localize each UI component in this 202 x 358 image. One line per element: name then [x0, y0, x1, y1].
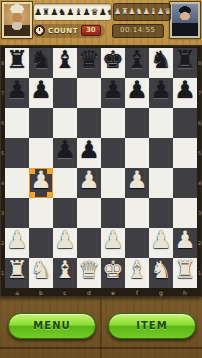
- square-g4[interactable]: [149, 168, 173, 198]
- square-a7[interactable]: ♟: [5, 78, 29, 108]
- square-f1[interactable]: ♝: [125, 258, 149, 288]
- tray-piece-icon: ♟: [99, 5, 107, 19]
- square-b5[interactable]: [29, 138, 53, 168]
- square-b3[interactable]: [29, 198, 53, 228]
- square-b1[interactable]: ♞: [29, 258, 53, 288]
- square-h5[interactable]: [173, 138, 197, 168]
- square-c6[interactable]: [53, 108, 77, 138]
- file-labels: abcdefgh: [5, 288, 197, 297]
- square-h8[interactable]: ♜: [173, 48, 197, 78]
- rank-label-3: 3: [197, 198, 202, 228]
- piece-white-pawn: ♟: [53, 224, 77, 256]
- square-b4[interactable]: ♟: [29, 168, 53, 198]
- file-label-a: a: [5, 288, 29, 297]
- file-label-b: b: [29, 288, 53, 297]
- square-c3[interactable]: [53, 198, 77, 228]
- file-label-c: c: [53, 288, 77, 297]
- tray-piece-icon: ♞: [136, 5, 143, 19]
- square-d1[interactable]: ♛: [77, 258, 101, 288]
- square-g1[interactable]: ♞: [149, 258, 173, 288]
- square-a1[interactable]: ♜: [5, 258, 29, 288]
- square-e1[interactable]: ♚: [101, 258, 125, 288]
- square-g7[interactable]: ♟: [149, 78, 173, 108]
- file-label-f: f: [125, 288, 149, 297]
- chess-board-frame: 87654321 ♜♞♝♛♚♝♞♜♟♟♟♟♟♟♟♟♟♟♟♟♟♟♟♟♜♞♝♛♚♝♞…: [0, 45, 202, 297]
- square-d4[interactable]: ♟: [77, 168, 101, 198]
- square-e5[interactable]: [101, 138, 125, 168]
- piece-black-pawn: ♟: [5, 74, 29, 106]
- piece-black-bishop: ♝: [125, 44, 149, 76]
- right-player-avatar: [170, 2, 200, 38]
- square-h3[interactable]: [173, 198, 197, 228]
- rank-label-2: 2: [197, 228, 202, 258]
- square-d7[interactable]: [77, 78, 101, 108]
- square-b6[interactable]: [29, 108, 53, 138]
- square-g6[interactable]: [149, 108, 173, 138]
- piece-white-bishop: ♝: [125, 254, 149, 286]
- square-c5[interactable]: ♟: [53, 138, 77, 168]
- square-f6[interactable]: [125, 108, 149, 138]
- square-e2[interactable]: ♟: [101, 228, 125, 258]
- square-e3[interactable]: [101, 198, 125, 228]
- piece-white-king: ♚: [101, 254, 125, 286]
- square-e8[interactable]: ♚: [101, 48, 125, 78]
- left-player-avatar: [2, 2, 32, 38]
- piece-black-pawn: ♟: [125, 74, 149, 106]
- square-g5[interactable]: [149, 138, 173, 168]
- file-label-e: e: [101, 288, 125, 297]
- piece-white-pawn: ♟: [29, 164, 53, 196]
- menu-button[interactable]: MENU: [8, 313, 96, 339]
- piece-black-knight: ♞: [29, 44, 53, 76]
- file-label-g: g: [149, 288, 173, 297]
- square-f7[interactable]: ♟: [125, 78, 149, 108]
- piece-white-pawn: ♟: [77, 164, 101, 196]
- square-d8[interactable]: ♛: [77, 48, 101, 78]
- square-b7[interactable]: ♟: [29, 78, 53, 108]
- tray-piece-icon: ♞: [58, 5, 66, 19]
- piece-white-pawn: ♟: [173, 224, 197, 256]
- square-b2[interactable]: [29, 228, 53, 258]
- square-a8[interactable]: ♜: [5, 48, 29, 78]
- rank-label-7: 7: [197, 78, 202, 108]
- square-f5[interactable]: [125, 138, 149, 168]
- piece-black-pawn: ♟: [101, 74, 125, 106]
- tray-piece-icon: ♟: [34, 5, 42, 19]
- piece-black-bishop: ♝: [53, 44, 77, 76]
- piece-white-pawn: ♟: [125, 164, 149, 196]
- square-a5[interactable]: [5, 138, 29, 168]
- piece-black-knight: ♞: [149, 44, 173, 76]
- tray-piece-icon: ♟: [66, 5, 74, 19]
- square-h2[interactable]: ♟: [173, 228, 197, 258]
- clock-icon: [34, 25, 45, 36]
- item-button[interactable]: ITEM: [108, 313, 196, 339]
- piece-black-pawn: ♟: [53, 134, 77, 166]
- piece-white-knight: ♞: [29, 254, 53, 286]
- square-f8[interactable]: ♝: [125, 48, 149, 78]
- square-b8[interactable]: ♞: [29, 48, 53, 78]
- tray-piece-icon: ♟: [50, 5, 58, 19]
- file-label-h: h: [173, 288, 197, 297]
- square-h1[interactable]: ♜: [173, 258, 197, 288]
- tray-piece-icon: ♟: [143, 5, 150, 19]
- status-row: COUNT 30 00:14:55: [32, 23, 170, 38]
- square-a6[interactable]: [5, 108, 29, 138]
- square-h6[interactable]: [173, 108, 197, 138]
- rank-label-6: 6: [197, 108, 202, 138]
- piece-black-pawn: ♟: [29, 74, 53, 106]
- tray-piece-icon: ♛: [91, 5, 99, 19]
- square-f2[interactable]: [125, 228, 149, 258]
- black-pieces-tray: ♟♜♟♞♟♝♟♛♟♚: [33, 3, 112, 21]
- game-timer: 00:14:55: [112, 24, 164, 38]
- chess-app-screen: ♟♜♟♞♟♝♟♛♟♚ ♟♜♟♞♟♝♟♛♟♚ COUNT 30 00:14:55 …: [0, 0, 202, 358]
- square-c1[interactable]: ♝: [53, 258, 77, 288]
- count-label: COUNT: [48, 27, 78, 35]
- square-d5[interactable]: ♟: [77, 138, 101, 168]
- piece-black-queen: ♛: [77, 44, 101, 76]
- tray-piece-icon: ♟: [82, 5, 90, 19]
- piece-black-pawn: ♟: [77, 134, 101, 166]
- piece-white-rook: ♜: [173, 254, 197, 286]
- tray-piece-icon: ♜: [42, 5, 50, 19]
- piece-black-pawn: ♟: [149, 74, 173, 106]
- count-value-badge: 30: [81, 25, 101, 36]
- rank-label-1: 1: [197, 258, 202, 288]
- square-a4[interactable]: [5, 168, 29, 198]
- rank-labels-right: 87654321: [197, 48, 202, 288]
- square-g2[interactable]: ♟: [149, 228, 173, 258]
- square-g3[interactable]: [149, 198, 173, 228]
- piece-white-pawn: ♟: [101, 224, 125, 256]
- move-count-chip: COUNT 30: [32, 24, 105, 38]
- file-label-d: d: [77, 288, 101, 297]
- rank-label-4: 4: [197, 168, 202, 198]
- piece-black-rook: ♜: [173, 44, 197, 76]
- wood-seam-horizontal: [0, 347, 202, 349]
- square-f3[interactable]: [125, 198, 149, 228]
- tray-piece-icon: ♝: [150, 5, 157, 19]
- rank-label-5: 5: [197, 138, 202, 168]
- rank-label-8: 8: [197, 48, 202, 78]
- square-c7[interactable]: [53, 78, 77, 108]
- piece-black-king: ♚: [101, 44, 125, 76]
- piece-white-rook: ♜: [5, 254, 29, 286]
- square-g8[interactable]: ♞: [149, 48, 173, 78]
- square-e6[interactable]: [101, 108, 125, 138]
- piece-white-pawn: ♟: [149, 224, 173, 256]
- square-a3[interactable]: [5, 198, 29, 228]
- square-c8[interactable]: ♝: [53, 48, 77, 78]
- tray-piece-icon: ♟: [128, 5, 135, 19]
- piece-black-pawn: ♟: [173, 74, 197, 106]
- piece-white-knight: ♞: [149, 254, 173, 286]
- chess-board: ♜♞♝♛♚♝♞♜♟♟♟♟♟♟♟♟♟♟♟♟♟♟♟♟♜♞♝♛♚♝♞♜: [5, 48, 197, 288]
- square-f4[interactable]: ♟: [125, 168, 149, 198]
- square-h4[interactable]: [173, 168, 197, 198]
- square-e4[interactable]: [101, 168, 125, 198]
- white-pieces-tray: ♟♜♟♞♟♝♟♛♟♚: [113, 3, 171, 21]
- square-h7[interactable]: ♟: [173, 78, 197, 108]
- piece-white-pawn: ♟: [5, 224, 29, 256]
- tray-piece-icon: ♝: [74, 5, 82, 19]
- square-c2[interactable]: ♟: [53, 228, 77, 258]
- piece-black-rook: ♜: [5, 44, 29, 76]
- square-c4[interactable]: [53, 168, 77, 198]
- square-d2[interactable]: [77, 228, 101, 258]
- piece-white-queen: ♛: [77, 254, 101, 286]
- square-e7[interactable]: ♟: [101, 78, 125, 108]
- tray-piece-icon: ♛: [164, 5, 171, 19]
- piece-white-bishop: ♝: [53, 254, 77, 286]
- square-d6[interactable]: [77, 108, 101, 138]
- square-a2[interactable]: ♟: [5, 228, 29, 258]
- tray-piece-icon: ♚: [107, 5, 112, 19]
- square-d3[interactable]: [77, 198, 101, 228]
